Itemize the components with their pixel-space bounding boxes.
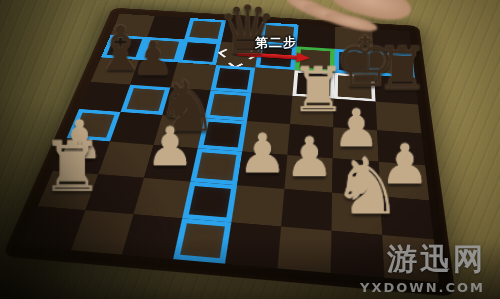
piece-black-queen[interactable]: ♛ [217, 0, 256, 63]
square-f5[interactable]: ♜ [290, 96, 334, 127]
square-f3[interactable]: ♟ [284, 155, 332, 193]
piece-white-pawn[interactable]: ♟ [285, 130, 332, 185]
square-e1[interactable] [225, 222, 281, 268]
piece-black-bishop[interactable]: ♝ [93, 18, 133, 79]
square-h5[interactable] [376, 102, 422, 134]
square-d2[interactable] [182, 182, 237, 223]
piece-white-pawn[interactable]: ♟ [146, 120, 192, 174]
square-f1[interactable] [278, 227, 332, 274]
square-e2[interactable] [231, 185, 284, 226]
watermark-site-url: YXDOWN.COM [360, 280, 485, 295]
piece-black-rook[interactable]: ♜ [376, 39, 417, 99]
square-d1[interactable] [173, 218, 231, 263]
square-a1[interactable] [21, 206, 85, 250]
square-c2[interactable] [134, 178, 191, 218]
piece-white-knight[interactable]: ♞ [332, 147, 382, 226]
square-g2[interactable]: ♞ [331, 193, 382, 235]
square-d7[interactable]: ♛ [216, 42, 259, 68]
square-d3[interactable] [190, 148, 242, 185]
piece-white-rook[interactable]: ♜ [41, 133, 89, 203]
step-label: 第二步 [255, 34, 297, 52]
square-a5[interactable] [79, 82, 130, 112]
square-e5[interactable] [247, 93, 292, 124]
watermark-site-name: 游迅网 [387, 239, 486, 280]
square-c3[interactable]: ♟ [144, 145, 198, 182]
square-f2[interactable] [281, 189, 332, 231]
piece-white-pawn[interactable]: ♟ [238, 127, 285, 182]
player-hand [258, 0, 408, 36]
square-e3[interactable]: ♟ [237, 152, 287, 189]
piece-white-rook[interactable]: ♜ [291, 59, 334, 121]
square-h6[interactable]: ♜ [374, 75, 418, 104]
square-g1[interactable] [331, 231, 385, 278]
square-c1[interactable] [122, 214, 182, 259]
square-c7[interactable] [177, 39, 221, 65]
square-e6[interactable] [251, 68, 294, 96]
game-screen: ♛♝♟♚♜♜♞♟♟♟♟♟♟♜♞ 第二步 游迅网 YXDOWN.COM [0, 0, 500, 299]
chess-board: ♛♝♟♚♜♜♞♟♟♟♟♟♟♜♞ [21, 14, 439, 283]
